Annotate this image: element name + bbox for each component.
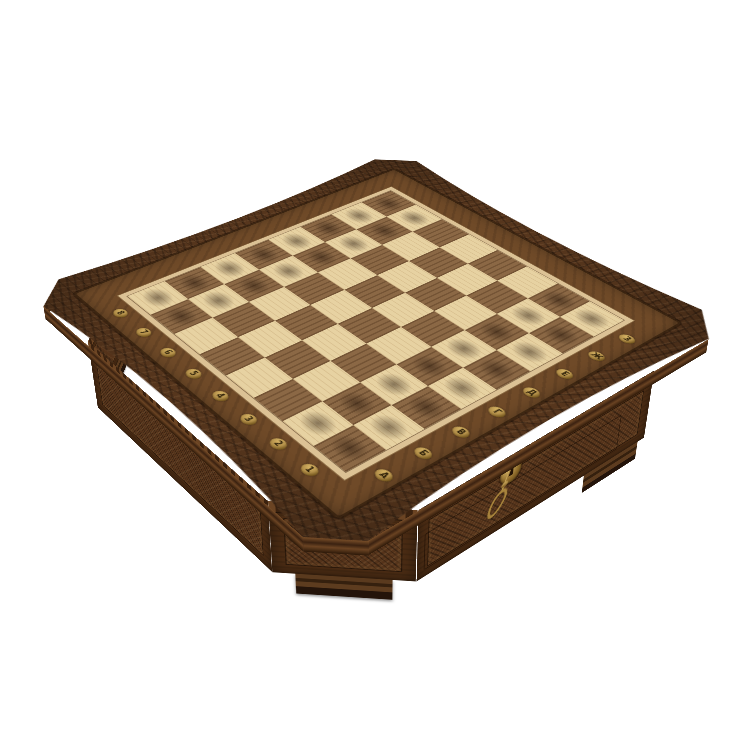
near-corner-foot bbox=[295, 574, 393, 600]
piece-glyph: ♜ bbox=[313, 339, 386, 462]
piece-glyph: ♟ bbox=[157, 244, 205, 325]
product-photo: 87654321 ЗЖЕДГВБА ♜♟♟♜♞♟♟♞♝♟♟♝♚♟♟♚♛♟♟♛♝♟… bbox=[0, 0, 745, 745]
chess-box: 87654321 ЗЖЕДГВБА ♜♟♟♜♞♟♟♞♝♟♟♝♚♟♟♚♛♟♟♛♝♟… bbox=[27, 151, 732, 562]
